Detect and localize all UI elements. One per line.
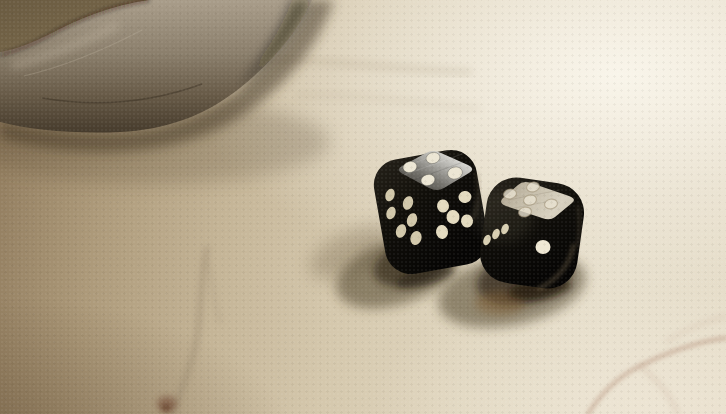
vein-bottom-right bbox=[588, 338, 726, 414]
die-right-front-pips bbox=[536, 240, 551, 254]
vein-bottom-right-branch bbox=[640, 366, 678, 414]
stone-bowl-rim bbox=[0, 0, 334, 184]
pip bbox=[536, 240, 551, 254]
scene-graphics bbox=[0, 0, 726, 414]
die-right bbox=[473, 174, 588, 293]
vein-upper-middle-2 bbox=[295, 95, 478, 108]
vein-bottom-center bbox=[172, 248, 207, 414]
vein-bottom-center-branch bbox=[207, 262, 220, 322]
vein-rust-spot-core bbox=[161, 404, 171, 412]
photo-dice-scene bbox=[0, 0, 726, 414]
